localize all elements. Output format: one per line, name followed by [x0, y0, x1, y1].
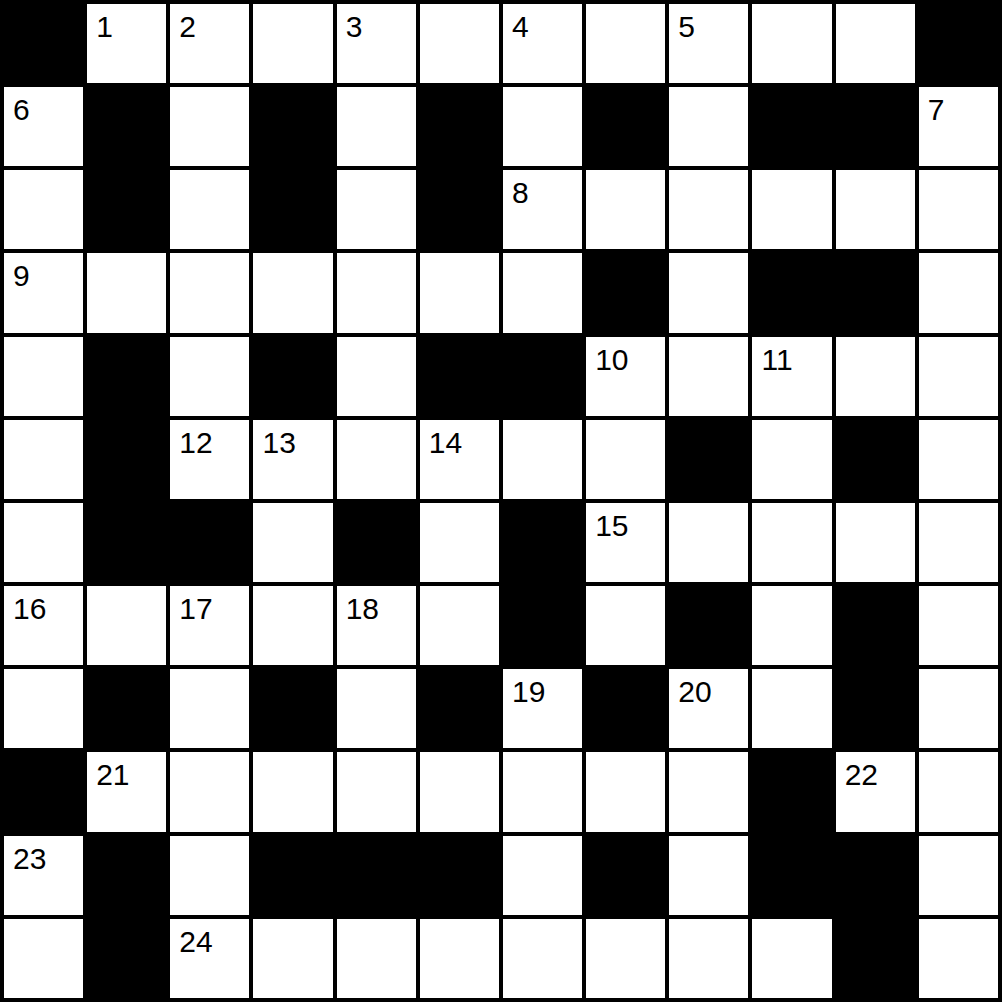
clue-number-16: 16: [13, 594, 46, 624]
white-cell-r11-c6[interactable]: [503, 919, 582, 998]
clue-number-9: 9: [13, 261, 30, 291]
white-cell-r6-c11[interactable]: [919, 503, 998, 582]
clue-number-12: 12: [179, 428, 212, 458]
clue-number-21: 21: [96, 760, 129, 790]
black-cell-r3-c7: [586, 253, 665, 332]
clue-number-13: 13: [262, 428, 295, 458]
white-cell-r6-c3[interactable]: [253, 503, 332, 582]
white-cell-r11-c7[interactable]: [586, 919, 665, 998]
black-cell-r10-c7: [586, 836, 665, 915]
white-cell-r7-c11[interactable]: [919, 586, 998, 665]
white-cell-r7-c7[interactable]: [586, 586, 665, 665]
white-cell-r2-c2[interactable]: [170, 170, 249, 249]
black-cell-r10-c3: [253, 836, 332, 915]
white-cell-r8-c8[interactable]: 20: [669, 669, 748, 748]
black-cell-r10-c4: [337, 836, 416, 915]
white-cell-r8-c2[interactable]: [170, 669, 249, 748]
white-cell-r3-c4[interactable]: [337, 253, 416, 332]
black-cell-r1-c9: [752, 87, 831, 166]
white-cell-r3-c1[interactable]: [87, 253, 166, 332]
white-cell-r0-c4[interactable]: 3: [337, 4, 416, 83]
black-cell-r1-c10: [836, 87, 915, 166]
black-cell-r8-c10: [836, 669, 915, 748]
white-cell-r11-c2[interactable]: 24: [170, 919, 249, 998]
clue-number-20: 20: [678, 677, 711, 707]
black-cell-r7-c8: [669, 586, 748, 665]
white-cell-r7-c4[interactable]: 18: [337, 586, 416, 665]
clue-number-19: 19: [512, 677, 545, 707]
black-cell-r11-c10: [836, 919, 915, 998]
black-cell-r9-c0: [4, 752, 83, 831]
black-cell-r8-c3: [253, 669, 332, 748]
white-cell-r11-c9[interactable]: [752, 919, 831, 998]
clue-number-1: 1: [96, 12, 113, 42]
black-cell-r4-c1: [87, 337, 166, 416]
white-cell-r3-c6[interactable]: [503, 253, 582, 332]
white-cell-r1-c4[interactable]: [337, 87, 416, 166]
clue-number-23: 23: [13, 844, 46, 874]
black-cell-r5-c1: [87, 420, 166, 499]
black-cell-r6-c6: [503, 503, 582, 582]
white-cell-r4-c10[interactable]: [836, 337, 915, 416]
clue-number-18: 18: [346, 594, 379, 624]
white-cell-r9-c10[interactable]: 22: [836, 752, 915, 831]
white-cell-r4-c0[interactable]: [4, 337, 83, 416]
white-cell-r5-c3[interactable]: 13: [253, 420, 332, 499]
black-cell-r6-c1: [87, 503, 166, 582]
white-cell-r11-c3[interactable]: [253, 919, 332, 998]
clue-number-4: 4: [512, 12, 529, 42]
white-cell-r10-c11[interactable]: [919, 836, 998, 915]
clue-number-15: 15: [595, 511, 628, 541]
white-cell-r8-c9[interactable]: [752, 669, 831, 748]
clue-number-24: 24: [179, 927, 212, 957]
white-cell-r9-c8[interactable]: [669, 752, 748, 831]
black-cell-r4-c3: [253, 337, 332, 416]
white-cell-r2-c11[interactable]: [919, 170, 998, 249]
black-cell-r0-c0: [4, 4, 83, 83]
white-cell-r4-c9[interactable]: 11: [752, 337, 831, 416]
white-cell-r6-c8[interactable]: [669, 503, 748, 582]
white-cell-r0-c9[interactable]: [752, 4, 831, 83]
black-cell-r9-c9: [752, 752, 831, 831]
white-cell-r11-c4[interactable]: [337, 919, 416, 998]
white-cell-r10-c0[interactable]: 23: [4, 836, 83, 915]
black-cell-r8-c7: [586, 669, 665, 748]
white-cell-r0-c10[interactable]: [836, 4, 915, 83]
clue-number-3: 3: [346, 12, 363, 42]
white-cell-r0-c1[interactable]: 1: [87, 4, 166, 83]
white-cell-r11-c0[interactable]: [4, 919, 83, 998]
black-cell-r6-c4: [337, 503, 416, 582]
white-cell-r2-c8[interactable]: [669, 170, 748, 249]
black-cell-r0-c11: [919, 4, 998, 83]
white-cell-r2-c7[interactable]: [586, 170, 665, 249]
white-cell-r7-c2[interactable]: 17: [170, 586, 249, 665]
white-cell-r5-c7[interactable]: [586, 420, 665, 499]
white-cell-r6-c10[interactable]: [836, 503, 915, 582]
black-cell-r8-c1: [87, 669, 166, 748]
black-cell-r10-c9: [752, 836, 831, 915]
clue-number-14: 14: [429, 428, 462, 458]
black-cell-r6-c2: [170, 503, 249, 582]
black-cell-r10-c1: [87, 836, 166, 915]
white-cell-r8-c6[interactable]: 19: [503, 669, 582, 748]
white-cell-r5-c2[interactable]: 12: [170, 420, 249, 499]
white-cell-r5-c4[interactable]: [337, 420, 416, 499]
white-cell-r4-c8[interactable]: [669, 337, 748, 416]
white-cell-r3-c3[interactable]: [253, 253, 332, 332]
black-cell-r1-c3: [253, 87, 332, 166]
clue-number-22: 22: [845, 760, 878, 790]
black-cell-r10-c10: [836, 836, 915, 915]
white-cell-r1-c2[interactable]: [170, 87, 249, 166]
white-cell-r4-c2[interactable]: [170, 337, 249, 416]
white-cell-r6-c9[interactable]: [752, 503, 831, 582]
white-cell-r4-c4[interactable]: [337, 337, 416, 416]
white-cell-r5-c6[interactable]: [503, 420, 582, 499]
black-cell-r2-c1: [87, 170, 166, 249]
white-cell-r0-c2[interactable]: 2: [170, 4, 249, 83]
black-cell-r5-c10: [836, 420, 915, 499]
white-cell-r3-c2[interactable]: [170, 253, 249, 332]
white-cell-r0-c7[interactable]: [586, 4, 665, 83]
white-cell-r11-c11[interactable]: [919, 919, 998, 998]
white-cell-r0-c3[interactable]: [253, 4, 332, 83]
white-cell-r2-c10[interactable]: [836, 170, 915, 249]
white-cell-r6-c7[interactable]: 15: [586, 503, 665, 582]
clue-number-2: 2: [179, 12, 196, 42]
black-cell-r1-c7: [586, 87, 665, 166]
white-cell-r6-c0[interactable]: [4, 503, 83, 582]
white-cell-r3-c8[interactable]: [669, 253, 748, 332]
black-cell-r7-c10: [836, 586, 915, 665]
white-cell-r0-c6[interactable]: 4: [503, 4, 582, 83]
white-cell-r7-c3[interactable]: [253, 586, 332, 665]
white-cell-r11-c5[interactable]: [420, 919, 499, 998]
white-cell-r7-c1[interactable]: [87, 586, 166, 665]
white-cell-r4-c7[interactable]: 10: [586, 337, 665, 416]
white-cell-r7-c9[interactable]: [752, 586, 831, 665]
clue-number-5: 5: [678, 12, 695, 42]
white-cell-r5-c11[interactable]: [919, 420, 998, 499]
white-cell-r6-c5[interactable]: [420, 503, 499, 582]
white-cell-r7-c0[interactable]: 16: [4, 586, 83, 665]
clue-number-7: 7: [928, 95, 945, 125]
black-cell-r5-c8: [669, 420, 748, 499]
black-cell-r4-c5: [420, 337, 499, 416]
black-cell-r1-c1: [87, 87, 166, 166]
black-cell-r7-c6: [503, 586, 582, 665]
clue-number-6: 6: [13, 95, 30, 125]
white-cell-r11-c8[interactable]: [669, 919, 748, 998]
black-cell-r3-c10: [836, 253, 915, 332]
white-cell-r10-c6[interactable]: [503, 836, 582, 915]
clue-number-10: 10: [595, 345, 628, 375]
white-cell-r2-c0[interactable]: [4, 170, 83, 249]
white-cell-r9-c7[interactable]: [586, 752, 665, 831]
white-cell-r3-c0[interactable]: 9: [4, 253, 83, 332]
white-cell-r2-c9[interactable]: [752, 170, 831, 249]
clue-number-11: 11: [761, 345, 792, 375]
black-cell-r10-c5: [420, 836, 499, 915]
white-cell-r9-c2[interactable]: [170, 752, 249, 831]
black-cell-r2-c5: [420, 170, 499, 249]
white-cell-r1-c11[interactable]: 7: [919, 87, 998, 166]
white-cell-r10-c2[interactable]: [170, 836, 249, 915]
white-cell-r3-c5[interactable]: [420, 253, 499, 332]
white-cell-r2-c4[interactable]: [337, 170, 416, 249]
white-cell-r10-c8[interactable]: [669, 836, 748, 915]
white-cell-r7-c5[interactable]: [420, 586, 499, 665]
clue-number-8: 8: [512, 178, 529, 208]
white-cell-r1-c0[interactable]: 6: [4, 87, 83, 166]
white-cell-r9-c4[interactable]: [337, 752, 416, 831]
black-cell-r2-c3: [253, 170, 332, 249]
white-cell-r4-c11[interactable]: [919, 337, 998, 416]
white-cell-r8-c11[interactable]: [919, 669, 998, 748]
black-cell-r4-c6: [503, 337, 582, 416]
white-cell-r9-c6[interactable]: [503, 752, 582, 831]
white-cell-r0-c5[interactable]: [420, 4, 499, 83]
white-cell-r5-c0[interactable]: [4, 420, 83, 499]
clue-number-17: 17: [179, 594, 212, 624]
white-cell-r9-c3[interactable]: [253, 752, 332, 831]
black-cell-r11-c1: [87, 919, 166, 998]
black-cell-r3-c9: [752, 253, 831, 332]
black-cell-r8-c5: [420, 669, 499, 748]
white-cell-r9-c1[interactable]: 21: [87, 752, 166, 831]
black-cell-r1-c5: [420, 87, 499, 166]
crossword-board: 123456789101112131415161718192021222324: [0, 0, 1002, 1002]
white-cell-r1-c8[interactable]: [669, 87, 748, 166]
white-cell-r1-c6[interactable]: [503, 87, 582, 166]
white-cell-r8-c0[interactable]: [4, 669, 83, 748]
white-cell-r9-c5[interactable]: [420, 752, 499, 831]
white-cell-r5-c9[interactable]: [752, 420, 831, 499]
white-cell-r2-c6[interactable]: 8: [503, 170, 582, 249]
white-cell-r3-c11[interactable]: [919, 253, 998, 332]
white-cell-r0-c8[interactable]: 5: [669, 4, 748, 83]
white-cell-r8-c4[interactable]: [337, 669, 416, 748]
white-cell-r9-c11[interactable]: [919, 752, 998, 831]
white-cell-r5-c5[interactable]: 14: [420, 420, 499, 499]
